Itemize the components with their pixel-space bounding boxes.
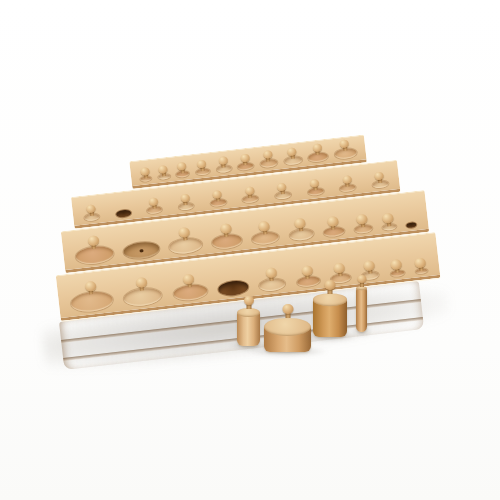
socket-r2-c9[interactable] [337, 163, 356, 196]
cylinder-top-face [237, 308, 260, 317]
tall-narrow-cylinder[interactable] [237, 312, 260, 346]
empty-socket-hole [115, 209, 131, 218]
cylinder-knob[interactable] [287, 147, 297, 156]
cylinder-knob[interactable] [334, 262, 346, 273]
socket-r1-c4[interactable] [194, 150, 211, 178]
socket-r4-c10[interactable] [411, 231, 428, 277]
cylinder-knob[interactable] [258, 221, 270, 232]
socket-r2-c3[interactable] [145, 185, 163, 217]
socket-r3-c6[interactable] [286, 201, 314, 244]
cylinder-knob[interactable] [212, 190, 222, 199]
cylinder-knob[interactable] [178, 227, 190, 238]
socket-r1-c9[interactable] [306, 137, 329, 166]
empty-socket-hole [406, 222, 417, 228]
socket-r3-c8[interactable] [350, 194, 373, 237]
socket-r1-c7[interactable] [258, 143, 278, 172]
cylinder-knob[interactable] [301, 265, 313, 276]
product-photo-scene [0, 0, 500, 500]
socket-r1-c1[interactable] [138, 157, 152, 185]
cylinder-knob[interactable] [183, 274, 195, 285]
socket-r1-c6[interactable] [236, 145, 255, 174]
cylinder-knob[interactable] [415, 257, 427, 268]
socket-r4-c3[interactable] [169, 256, 208, 305]
socket-r1-c10[interactable] [333, 133, 358, 162]
socket-r2-c4[interactable] [176, 181, 194, 213]
socket-r3-c7[interactable] [320, 198, 346, 241]
cylinder-knob[interactable] [197, 159, 207, 168]
cylinder-knob[interactable] [180, 194, 190, 203]
socket-r3-c5[interactable] [249, 205, 280, 249]
thin-peg-cylinder[interactable] [356, 288, 367, 332]
socket-r2-c8[interactable] [305, 167, 324, 200]
cylinder-knob[interactable] [342, 175, 352, 184]
cylinder-knob[interactable] [244, 296, 254, 305]
socket-r1-c5[interactable] [214, 148, 232, 177]
cylinder-body[interactable] [356, 288, 367, 332]
cylinder-knob[interactable] [375, 171, 385, 180]
cylinder-knob[interactable] [177, 162, 187, 171]
socket-r1-c3[interactable] [174, 153, 190, 181]
socket-r2-c10[interactable] [370, 159, 389, 192]
socket-r3-c2[interactable] [120, 219, 160, 264]
cylinder-knob[interactable] [86, 204, 96, 213]
socket-r3-c9[interactable] [378, 192, 397, 234]
empty-socket-hole [123, 240, 161, 260]
tall-wide-cylinder[interactable] [313, 299, 347, 337]
socket-r4-c1[interactable] [67, 267, 114, 316]
socket-r2-c6[interactable] [240, 174, 259, 207]
socket-r2-c2[interactable] [113, 188, 131, 220]
cylinder-top-face [264, 318, 311, 336]
cylinder-knob[interactable] [310, 179, 320, 188]
cylinder-knob[interactable] [149, 197, 159, 206]
socket-r1-c8[interactable] [282, 140, 303, 169]
cylinder-knob[interactable] [282, 304, 293, 314]
short-wide-cylinder[interactable] [264, 326, 311, 352]
cylinder-top-face [313, 293, 347, 306]
cylinder-knob[interactable] [363, 260, 375, 271]
empty-socket-hole [218, 280, 249, 297]
cylinder-knob[interactable] [218, 156, 228, 165]
cylinder-knob[interactable] [356, 214, 368, 225]
socket-r4-c6[interactable] [293, 244, 321, 291]
socket-r4-c2[interactable] [120, 262, 163, 311]
cylinder-knob[interactable] [220, 223, 232, 234]
cylinder-knob[interactable] [325, 280, 336, 290]
cylinder-knob[interactable] [84, 281, 96, 292]
cylinder-body[interactable] [237, 312, 260, 346]
socket-r3-c1[interactable] [72, 224, 114, 269]
cylinder-knob[interactable] [240, 154, 250, 163]
socket-r1-c2[interactable] [156, 155, 171, 183]
cylinder-knob[interactable] [294, 218, 306, 229]
socket-r4-c9[interactable] [386, 234, 405, 280]
socket-r2-c7[interactable] [272, 170, 291, 203]
cylinder-knob[interactable] [390, 259, 402, 270]
cylinder-knob[interactable] [312, 143, 322, 152]
cylinder-knob[interactable] [265, 267, 277, 278]
socket-r3-c3[interactable] [166, 214, 203, 258]
cylinder-knob[interactable] [340, 139, 350, 148]
cylinder-knob[interactable] [357, 275, 366, 283]
cylinder-knob[interactable] [245, 186, 255, 195]
socket-r4-c4[interactable] [214, 252, 249, 300]
cylinder-knob[interactable] [382, 213, 394, 224]
socket-r3-c10[interactable] [402, 189, 417, 231]
socket-r4-c5[interactable] [256, 248, 287, 296]
cylinder-knob[interactable] [87, 235, 99, 246]
cylinder-knob[interactable] [263, 150, 273, 159]
socket-r2-c1[interactable] [82, 192, 100, 224]
socket-r3-c4[interactable] [209, 209, 243, 253]
cylinder-knob[interactable] [135, 277, 147, 288]
socket-r2-c5[interactable] [207, 178, 226, 211]
cylinder-knob[interactable] [158, 165, 168, 174]
cylinder-knob[interactable] [327, 216, 339, 227]
cylinder-knob[interactable] [277, 183, 287, 192]
cylinder-knob[interactable] [140, 167, 150, 176]
